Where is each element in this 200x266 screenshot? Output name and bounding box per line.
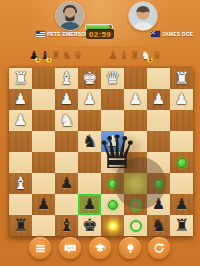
nz-flag-icon: [151, 31, 160, 37]
square-a8[interactable]: ♜: [170, 215, 193, 236]
captured-by-black-tray: ♟♝♜♞1♛: [108, 49, 162, 63]
square-h3[interactable]: ♟: [9, 110, 32, 131]
white-pawn-a2: ♟: [170, 89, 193, 110]
square-a2[interactable]: ♟: [170, 89, 193, 110]
white-player-avatar[interactable]: [55, 1, 85, 31]
square-b1[interactable]: [147, 68, 170, 89]
square-h4[interactable]: [9, 131, 32, 152]
captured-knight-icon: ♞: [62, 49, 72, 62]
white-pawn-f2: ♟: [55, 89, 78, 110]
white-pawn-e2: ♟: [78, 89, 101, 110]
us-flag-icon: [36, 31, 45, 37]
black-pawn-g7: ♟: [32, 194, 55, 215]
square-g4[interactable]: [32, 131, 55, 152]
captured-bishop-icon: ♝: [119, 49, 129, 62]
chat-button[interactable]: [59, 237, 81, 259]
square-g2[interactable]: [32, 89, 55, 110]
captured-rook-icon: ♜: [51, 49, 61, 62]
square-f4[interactable]: [55, 131, 78, 152]
square-f6[interactable]: ♟: [55, 173, 78, 194]
captured-rook-icon: ♜: [130, 49, 140, 62]
yellow-dot-highlight: [107, 220, 118, 231]
square-d1[interactable]: ♛: [101, 68, 124, 89]
white-bishop-h6: ♝: [9, 173, 32, 194]
undo-button[interactable]: [148, 237, 170, 259]
square-h8[interactable]: ♜: [9, 215, 32, 236]
black-king-e8: ♚: [78, 215, 101, 236]
black-pawn-a7: ♟: [170, 194, 193, 215]
square-f5[interactable]: [55, 152, 78, 173]
square-a4[interactable]: [170, 131, 193, 152]
square-b3[interactable]: [147, 110, 170, 131]
menu-icon: [35, 243, 46, 254]
square-b8[interactable]: ♞: [147, 215, 170, 236]
hint-icon: [125, 243, 136, 254]
white-player-photo: [56, 2, 84, 30]
square-f2[interactable]: ♟: [55, 89, 78, 110]
dot-highlight[interactable]: [177, 158, 187, 168]
black-rook-h8: ♜: [9, 215, 32, 236]
white-player-name: PETE EMERSON: [47, 31, 89, 37]
learn-icon: [94, 243, 106, 254]
white-queen-d1: ♛: [101, 68, 124, 89]
white-rook-h1: ♜: [9, 68, 32, 89]
square-e2[interactable]: ♟: [78, 89, 101, 110]
undo-icon: [153, 242, 165, 254]
black-pawn-f6: ♟: [55, 173, 78, 194]
black-pawn-e7: ♟: [78, 194, 101, 215]
menu-button[interactable]: [29, 237, 51, 259]
captured-by-white-tray: ♟3♝1♜♞♛: [29, 49, 83, 63]
dot-highlight[interactable]: [108, 200, 118, 210]
chat-icon: [64, 243, 76, 254]
captured-pawn-icon: ♟: [108, 49, 118, 62]
square-g1[interactable]: [32, 68, 55, 89]
square-c2[interactable]: ♟: [124, 89, 147, 110]
player-bar: PETE EMERSON JAMES DOE 02:59: [0, 0, 200, 46]
square-g5[interactable]: [32, 152, 55, 173]
square-h1[interactable]: ♜: [9, 68, 32, 89]
white-pawn-h3: ♟: [9, 110, 32, 131]
dragged-black-queen[interactable]: ♛: [94, 126, 140, 178]
square-c1[interactable]: [124, 68, 147, 89]
square-h6[interactable]: ♝: [9, 173, 32, 194]
white-pawn-c2: ♟: [124, 89, 147, 110]
black-player-name: JAMES DOE: [162, 31, 193, 37]
white-knight-f3: ♞: [55, 110, 78, 131]
square-b4[interactable]: [147, 131, 170, 152]
square-g3[interactable]: [32, 110, 55, 131]
captured-queen-icon: ♛: [152, 49, 162, 62]
square-f1[interactable]: ♝: [55, 68, 78, 89]
square-d8[interactable]: [101, 215, 124, 236]
square-a5[interactable]: [170, 152, 193, 173]
square-h7[interactable]: [9, 194, 32, 215]
captured-queen-icon: ♛: [73, 49, 83, 62]
square-f8[interactable]: ♝: [55, 215, 78, 236]
white-pawn-b2: ♟: [147, 89, 170, 110]
square-e7[interactable]: ♟: [78, 194, 101, 215]
captured-knight-icon: ♞1: [141, 49, 151, 62]
white-king-e1: ♚: [78, 68, 101, 89]
square-e8[interactable]: ♚: [78, 215, 101, 236]
square-c8[interactable]: [124, 215, 147, 236]
square-f3[interactable]: ♞: [55, 110, 78, 131]
square-g7[interactable]: ♟: [32, 194, 55, 215]
square-b2[interactable]: ♟: [147, 89, 170, 110]
game-clock: 02:59: [86, 29, 114, 39]
ring-highlight[interactable]: [130, 220, 142, 232]
hint-button[interactable]: [119, 237, 141, 259]
black-bishop-f8: ♝: [55, 215, 78, 236]
black-player-photo: [129, 2, 157, 30]
square-a7[interactable]: ♟: [170, 194, 193, 215]
square-e1[interactable]: ♚: [78, 68, 101, 89]
white-pawn-h2: ♟: [9, 89, 32, 110]
chess-app-screen: PETE EMERSON JAMES DOE 02:59 ♟3♝1♜♞♛ ♟♝♜…: [0, 0, 200, 266]
black-rook-a8: ♜: [170, 215, 193, 236]
square-a3[interactable]: [170, 110, 193, 131]
captured-bishop-icon: ♝1: [40, 49, 50, 62]
learn-button[interactable]: [89, 237, 111, 259]
black-player-avatar[interactable]: [128, 1, 158, 31]
square-a1[interactable]: ♜: [170, 68, 193, 89]
square-h5[interactable]: [9, 152, 32, 173]
square-h2[interactable]: ♟: [9, 89, 32, 110]
square-g6[interactable]: [32, 173, 55, 194]
white-rook-a1: ♜: [170, 68, 193, 89]
black-knight-b8: ♞: [147, 215, 170, 236]
captured-pawn-icon: ♟3: [29, 49, 39, 62]
square-g8[interactable]: [32, 215, 55, 236]
square-d2[interactable]: [101, 89, 124, 110]
square-a6[interactable]: [170, 173, 193, 194]
white-bishop-f1: ♝: [55, 68, 78, 89]
square-f7[interactable]: [55, 194, 78, 215]
